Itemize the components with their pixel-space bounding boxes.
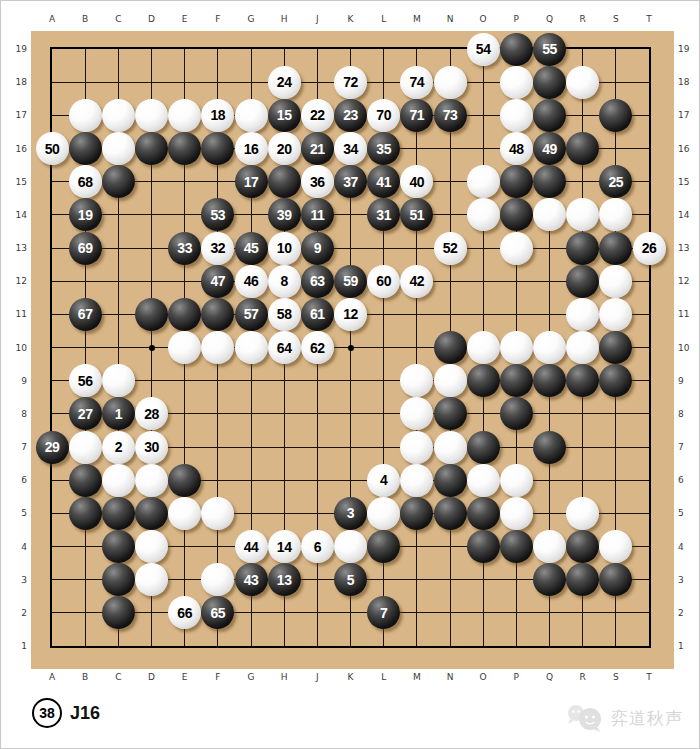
chat-bubbles-smiley-icon bbox=[564, 703, 606, 733]
stone-M6 bbox=[400, 464, 433, 497]
stone-B14: 19 bbox=[69, 198, 102, 231]
stone-P9 bbox=[500, 364, 533, 397]
stone-F3 bbox=[201, 563, 234, 596]
stone-P5 bbox=[500, 497, 533, 530]
stone-Q4 bbox=[533, 530, 566, 563]
stone-Q17 bbox=[533, 99, 566, 132]
stone-P13 bbox=[500, 232, 533, 265]
stone-C2 bbox=[102, 596, 135, 629]
stone-E17 bbox=[168, 99, 201, 132]
stone-K11: 12 bbox=[334, 298, 367, 331]
stone-K16: 34 bbox=[334, 132, 367, 165]
coord-label-right: 1 bbox=[678, 641, 698, 651]
stone-T13: 26 bbox=[633, 232, 666, 265]
stone-H13: 10 bbox=[268, 232, 301, 265]
stone-H18: 24 bbox=[268, 66, 301, 99]
stone-F11 bbox=[201, 298, 234, 331]
coord-label-top: F bbox=[208, 14, 228, 24]
stone-H16: 20 bbox=[268, 132, 301, 165]
stone-P17 bbox=[500, 99, 533, 132]
stone-G16: 16 bbox=[235, 132, 268, 165]
stone-N9 bbox=[434, 364, 467, 397]
stone-B16 bbox=[69, 132, 102, 165]
coord-label-bottom: G bbox=[241, 672, 261, 682]
coord-label-bottom: K bbox=[341, 672, 361, 682]
coord-label-left: 2 bbox=[7, 608, 27, 618]
stone-S9 bbox=[599, 364, 632, 397]
stone-M18: 74 bbox=[400, 66, 433, 99]
stone-R11 bbox=[566, 298, 599, 331]
stone-H4: 14 bbox=[268, 530, 301, 563]
coord-label-left: 10 bbox=[7, 343, 27, 353]
logo-text: 弈道秋声 bbox=[611, 707, 683, 730]
coord-label-top: B bbox=[75, 14, 95, 24]
coord-label-bottom: P bbox=[506, 672, 526, 682]
stone-L17: 70 bbox=[367, 99, 400, 132]
stone-M8 bbox=[400, 397, 433, 430]
stone-E5 bbox=[168, 497, 201, 530]
coord-label-left: 17 bbox=[7, 110, 27, 120]
coord-label-right: 7 bbox=[678, 442, 698, 452]
stone-D11 bbox=[135, 298, 168, 331]
coord-label-right: 15 bbox=[678, 177, 698, 187]
stone-H12: 8 bbox=[268, 265, 301, 298]
coord-label-right: 19 bbox=[678, 44, 698, 54]
stone-N8 bbox=[434, 397, 467, 430]
coord-label-top: T bbox=[639, 14, 659, 24]
coord-label-left: 12 bbox=[7, 276, 27, 286]
stone-G17 bbox=[235, 99, 268, 132]
stone-B15: 68 bbox=[69, 165, 102, 198]
stone-M9 bbox=[400, 364, 433, 397]
stone-M15: 40 bbox=[400, 165, 433, 198]
coord-label-top: P bbox=[506, 14, 526, 24]
coord-label-left: 3 bbox=[7, 575, 27, 585]
coord-label-top: S bbox=[606, 14, 626, 24]
coord-label-right: 14 bbox=[678, 210, 698, 220]
coord-label-bottom: B bbox=[75, 672, 95, 682]
caption-move-number: 38 bbox=[39, 705, 55, 721]
coord-label-bottom: R bbox=[573, 672, 593, 682]
coord-label-left: 15 bbox=[7, 177, 27, 187]
stone-Q9 bbox=[533, 364, 566, 397]
coord-label-top: R bbox=[573, 14, 593, 24]
stone-L12: 60 bbox=[367, 265, 400, 298]
coord-label-right: 2 bbox=[678, 608, 698, 618]
stone-O15 bbox=[467, 165, 500, 198]
stone-H15 bbox=[268, 165, 301, 198]
stone-Q10 bbox=[533, 331, 566, 364]
stone-M5 bbox=[400, 497, 433, 530]
coord-label-top: M bbox=[407, 14, 427, 24]
coord-label-right: 17 bbox=[678, 110, 698, 120]
stone-J16: 21 bbox=[301, 132, 334, 165]
stone-F17: 18 bbox=[201, 99, 234, 132]
stone-C3 bbox=[102, 563, 135, 596]
stone-E13: 33 bbox=[168, 232, 201, 265]
stone-H14: 39 bbox=[268, 198, 301, 231]
stone-P10 bbox=[500, 331, 533, 364]
go-diagram: AABBCCDDEEFFGGHHJJKKLLMMNNOOPPQQRRSSTT19… bbox=[0, 0, 700, 749]
coord-label-left: 8 bbox=[7, 409, 27, 419]
stone-B6 bbox=[69, 464, 102, 497]
stone-P6 bbox=[500, 464, 533, 497]
stone-J15: 36 bbox=[301, 165, 334, 198]
stone-O10 bbox=[467, 331, 500, 364]
stone-M14: 51 bbox=[400, 198, 433, 231]
stone-N13: 52 bbox=[434, 232, 467, 265]
stone-C16 bbox=[102, 132, 135, 165]
stone-B8: 27 bbox=[69, 397, 102, 430]
stone-P16: 48 bbox=[500, 132, 533, 165]
stone-D4 bbox=[135, 530, 168, 563]
coord-label-bottom: F bbox=[208, 672, 228, 682]
stone-B9: 56 bbox=[69, 364, 102, 397]
board-overlay: AABBCCDDEEFFGGHHJJKKLLMMNNOOPPQQRRSSTT19… bbox=[1, 1, 700, 749]
coord-label-right: 12 bbox=[678, 276, 698, 286]
stone-D3 bbox=[135, 563, 168, 596]
coord-label-bottom: D bbox=[142, 672, 162, 682]
stone-C8: 1 bbox=[102, 397, 135, 430]
coord-label-bottom: O bbox=[473, 672, 493, 682]
coord-label-top: C bbox=[108, 14, 128, 24]
stone-K15: 37 bbox=[334, 165, 367, 198]
stone-P15 bbox=[500, 165, 533, 198]
coord-label-bottom: A bbox=[42, 672, 62, 682]
stone-S13 bbox=[599, 232, 632, 265]
stone-N18 bbox=[434, 66, 467, 99]
stone-R5 bbox=[566, 497, 599, 530]
stone-S4 bbox=[599, 530, 632, 563]
stone-R9 bbox=[566, 364, 599, 397]
stone-O7 bbox=[467, 431, 500, 464]
caption-coordinate: J16 bbox=[70, 703, 100, 724]
stone-F12: 47 bbox=[201, 265, 234, 298]
stone-L16: 35 bbox=[367, 132, 400, 165]
coord-label-left: 19 bbox=[7, 44, 27, 54]
coord-label-right: 18 bbox=[678, 77, 698, 87]
coord-label-top: D bbox=[142, 14, 162, 24]
stone-S10 bbox=[599, 331, 632, 364]
stone-B11: 67 bbox=[69, 298, 102, 331]
stone-R14 bbox=[566, 198, 599, 231]
coord-label-top: E bbox=[175, 14, 195, 24]
stone-L6: 4 bbox=[367, 464, 400, 497]
stone-J13: 9 bbox=[301, 232, 334, 265]
coord-label-bottom: H bbox=[274, 672, 294, 682]
stone-M12: 42 bbox=[400, 265, 433, 298]
coord-label-right: 5 bbox=[678, 508, 698, 518]
stone-R13 bbox=[566, 232, 599, 265]
stone-O6 bbox=[467, 464, 500, 497]
coord-label-top: Q bbox=[540, 14, 560, 24]
stone-O9 bbox=[467, 364, 500, 397]
stone-N5 bbox=[434, 497, 467, 530]
stone-D17 bbox=[135, 99, 168, 132]
stone-O4 bbox=[467, 530, 500, 563]
coord-label-top: O bbox=[473, 14, 493, 24]
stone-N6 bbox=[434, 464, 467, 497]
stone-F16 bbox=[201, 132, 234, 165]
stone-L4 bbox=[367, 530, 400, 563]
stone-P8 bbox=[500, 397, 533, 430]
coord-label-top: L bbox=[374, 14, 394, 24]
coord-label-left: 13 bbox=[7, 243, 27, 253]
stone-R10 bbox=[566, 331, 599, 364]
stone-E10 bbox=[168, 331, 201, 364]
coord-label-left: 18 bbox=[7, 77, 27, 87]
coord-label-right: 9 bbox=[678, 376, 698, 386]
caption-white-stone-icon: 38 bbox=[32, 698, 62, 728]
grid-line-vertical bbox=[416, 49, 417, 646]
coord-label-left: 14 bbox=[7, 210, 27, 220]
stone-Q15 bbox=[533, 165, 566, 198]
stone-F5 bbox=[201, 497, 234, 530]
stone-C15 bbox=[102, 165, 135, 198]
stone-D8: 28 bbox=[135, 397, 168, 430]
stone-S15: 25 bbox=[599, 165, 632, 198]
stone-M17: 71 bbox=[400, 99, 433, 132]
coord-label-top: H bbox=[274, 14, 294, 24]
coord-label-left: 11 bbox=[7, 309, 27, 319]
stone-K12: 59 bbox=[334, 265, 367, 298]
stone-R12 bbox=[566, 265, 599, 298]
stone-B5 bbox=[69, 497, 102, 530]
stone-F14: 53 bbox=[201, 198, 234, 231]
stone-K17: 23 bbox=[334, 99, 367, 132]
stone-L15: 41 bbox=[367, 165, 400, 198]
stone-S3 bbox=[599, 563, 632, 596]
caption: 38 J16 bbox=[32, 698, 100, 728]
coord-label-right: 10 bbox=[678, 343, 698, 353]
coord-label-left: 16 bbox=[7, 144, 27, 154]
stone-F2: 65 bbox=[201, 596, 234, 629]
stone-H10: 64 bbox=[268, 331, 301, 364]
stone-Q16: 49 bbox=[533, 132, 566, 165]
stone-D5 bbox=[135, 497, 168, 530]
stone-J17: 22 bbox=[301, 99, 334, 132]
stone-P4 bbox=[500, 530, 533, 563]
stone-D6 bbox=[135, 464, 168, 497]
coord-label-top: N bbox=[440, 14, 460, 24]
coord-label-bottom: Q bbox=[540, 672, 560, 682]
stone-D16 bbox=[135, 132, 168, 165]
stone-D7: 30 bbox=[135, 431, 168, 464]
stone-J10: 62 bbox=[301, 331, 334, 364]
stone-S17 bbox=[599, 99, 632, 132]
coord-label-top: G bbox=[241, 14, 261, 24]
stone-G15: 17 bbox=[235, 165, 268, 198]
stone-H17: 15 bbox=[268, 99, 301, 132]
coord-label-left: 6 bbox=[7, 475, 27, 485]
coord-label-top: K bbox=[341, 14, 361, 24]
stone-C7: 2 bbox=[102, 431, 135, 464]
stone-Q3 bbox=[533, 563, 566, 596]
stone-C17 bbox=[102, 99, 135, 132]
coord-label-bottom: T bbox=[639, 672, 659, 682]
star-point bbox=[348, 345, 354, 351]
stone-J11: 61 bbox=[301, 298, 334, 331]
stone-G3: 43 bbox=[235, 563, 268, 596]
stone-B13: 69 bbox=[69, 232, 102, 265]
coord-label-left: 1 bbox=[7, 641, 27, 651]
stone-J12: 63 bbox=[301, 265, 334, 298]
stone-C5 bbox=[102, 497, 135, 530]
stone-R16 bbox=[566, 132, 599, 165]
stone-S12 bbox=[599, 265, 632, 298]
stone-S11 bbox=[599, 298, 632, 331]
stone-R18 bbox=[566, 66, 599, 99]
coord-label-left: 9 bbox=[7, 376, 27, 386]
stone-P14 bbox=[500, 198, 533, 231]
publisher-logo: 弈道秋声 bbox=[564, 703, 683, 733]
stone-R3 bbox=[566, 563, 599, 596]
stone-G13: 45 bbox=[235, 232, 268, 265]
stone-G12: 46 bbox=[235, 265, 268, 298]
stone-J4: 6 bbox=[301, 530, 334, 563]
stone-O14 bbox=[467, 198, 500, 231]
stone-Q18 bbox=[533, 66, 566, 99]
stone-B7 bbox=[69, 431, 102, 464]
stone-L2: 7 bbox=[367, 596, 400, 629]
stone-L5 bbox=[367, 497, 400, 530]
stone-J14: 11 bbox=[301, 198, 334, 231]
stone-K18: 72 bbox=[334, 66, 367, 99]
stone-C4 bbox=[102, 530, 135, 563]
stone-H3: 13 bbox=[268, 563, 301, 596]
stone-R4 bbox=[566, 530, 599, 563]
stone-L14: 31 bbox=[367, 198, 400, 231]
coord-label-bottom: E bbox=[175, 672, 195, 682]
stone-F13: 32 bbox=[201, 232, 234, 265]
stone-F10 bbox=[201, 331, 234, 364]
stone-H11: 58 bbox=[268, 298, 301, 331]
coord-label-right: 16 bbox=[678, 144, 698, 154]
coord-label-bottom: N bbox=[440, 672, 460, 682]
stone-N10 bbox=[434, 331, 467, 364]
stone-K4 bbox=[334, 530, 367, 563]
grid-line-horizontal bbox=[52, 612, 649, 613]
stone-M7 bbox=[400, 431, 433, 464]
coord-label-top: J bbox=[307, 14, 327, 24]
stone-O5 bbox=[467, 497, 500, 530]
coord-label-bottom: C bbox=[108, 672, 128, 682]
coord-label-bottom: J bbox=[307, 672, 327, 682]
stone-A16: 50 bbox=[36, 132, 69, 165]
coord-label-bottom: L bbox=[374, 672, 394, 682]
coord-label-top: A bbox=[42, 14, 62, 24]
stone-Q19: 55 bbox=[533, 33, 566, 66]
stone-A7: 29 bbox=[36, 431, 69, 464]
coord-label-left: 5 bbox=[7, 508, 27, 518]
stone-K5: 3 bbox=[334, 497, 367, 530]
coord-label-left: 7 bbox=[7, 442, 27, 452]
coord-label-left: 4 bbox=[7, 542, 27, 552]
stone-E2: 66 bbox=[168, 596, 201, 629]
stone-P19 bbox=[500, 33, 533, 66]
star-point bbox=[149, 345, 155, 351]
coord-label-right: 6 bbox=[678, 475, 698, 485]
coord-label-bottom: S bbox=[606, 672, 626, 682]
stone-G11: 57 bbox=[235, 298, 268, 331]
stone-E6 bbox=[168, 464, 201, 497]
stone-G4: 44 bbox=[235, 530, 268, 563]
stone-E16 bbox=[168, 132, 201, 165]
stone-O19: 54 bbox=[467, 33, 500, 66]
stone-Q7 bbox=[533, 431, 566, 464]
stone-P18 bbox=[500, 66, 533, 99]
coord-label-right: 13 bbox=[678, 243, 698, 253]
stone-K3: 5 bbox=[334, 563, 367, 596]
stone-N17: 73 bbox=[434, 99, 467, 132]
stone-C6 bbox=[102, 464, 135, 497]
stone-N7 bbox=[434, 431, 467, 464]
stone-Q14 bbox=[533, 198, 566, 231]
coord-label-right: 11 bbox=[678, 309, 698, 319]
stone-B17 bbox=[69, 99, 102, 132]
coord-label-bottom: M bbox=[407, 672, 427, 682]
stone-C9 bbox=[102, 364, 135, 397]
stone-G10 bbox=[235, 331, 268, 364]
coord-label-right: 4 bbox=[678, 542, 698, 552]
stone-S14 bbox=[599, 198, 632, 231]
coord-label-right: 8 bbox=[678, 409, 698, 419]
coord-label-right: 3 bbox=[678, 575, 698, 585]
stone-E11 bbox=[168, 298, 201, 331]
